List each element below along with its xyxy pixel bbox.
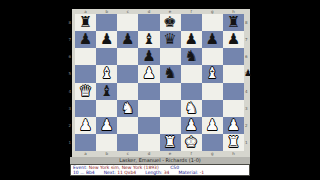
rank-label-6: 6 bbox=[66, 54, 71, 59]
square-b5[interactable]: ♝ bbox=[96, 65, 117, 82]
game-info-panel: Event: New York sim, New York (1893) C50… bbox=[70, 164, 250, 176]
square-g3[interactable] bbox=[202, 100, 223, 117]
black-knight: ♞ bbox=[184, 49, 197, 64]
square-a8[interactable]: ♜ bbox=[75, 14, 96, 31]
square-e6[interactable] bbox=[160, 48, 181, 65]
rank-label-1: 1 bbox=[66, 140, 71, 145]
square-a3[interactable] bbox=[75, 100, 96, 117]
white-knight: ♞ bbox=[184, 101, 197, 116]
black-pawn: ♟ bbox=[142, 49, 155, 64]
square-a2[interactable]: ♟ bbox=[75, 117, 96, 134]
square-a1[interactable] bbox=[75, 134, 96, 151]
rank-label-7: 7 bbox=[66, 37, 71, 42]
white-bishop: ♝ bbox=[100, 66, 113, 81]
square-f5[interactable] bbox=[181, 65, 202, 82]
black-queen: ♛ bbox=[163, 32, 176, 47]
material-label: Material: bbox=[178, 170, 198, 175]
white-pawn: ♟ bbox=[227, 118, 240, 133]
square-f8[interactable] bbox=[181, 14, 202, 31]
square-h8[interactable]: ♜ bbox=[223, 14, 244, 31]
white-queen: ♛ bbox=[79, 84, 92, 99]
black-pawn: ♟ bbox=[227, 32, 240, 47]
square-h6[interactable] bbox=[223, 48, 244, 65]
square-e8[interactable]: ♚ bbox=[160, 14, 181, 31]
square-f3[interactable]: ♞ bbox=[181, 100, 202, 117]
white-pawn: ♟ bbox=[100, 118, 113, 133]
square-b8[interactable] bbox=[96, 14, 117, 31]
chess-board: ♜♚♜♟♟♟♝♛♟♟♟♟♞♝♟♞♝♛♝♞♞♟♟♟♟♟♜♚♜ bbox=[75, 14, 244, 151]
rank-label-8: 8 bbox=[66, 20, 71, 25]
white-rook: ♜ bbox=[163, 135, 176, 150]
square-c6[interactable] bbox=[117, 48, 138, 65]
square-f1[interactable]: ♚ bbox=[181, 134, 202, 151]
square-g2[interactable]: ♟ bbox=[202, 117, 223, 134]
white-king: ♚ bbox=[184, 135, 197, 150]
square-b2[interactable]: ♟ bbox=[96, 117, 117, 134]
rank-label-4: 4 bbox=[245, 89, 250, 94]
square-g8[interactable] bbox=[202, 14, 223, 31]
square-c2[interactable] bbox=[117, 117, 138, 134]
square-b1[interactable] bbox=[96, 134, 117, 151]
black-pawn: ♟ bbox=[79, 32, 92, 47]
video-frame: abcdefgh abcdefgh 87654321 87654321 ♜♚♜♟… bbox=[0, 0, 320, 180]
length-label: Length: bbox=[145, 170, 162, 175]
square-d5[interactable]: ♟ bbox=[138, 65, 159, 82]
length-value: 34 bbox=[164, 170, 170, 175]
square-f6[interactable]: ♞ bbox=[181, 48, 202, 65]
square-b6[interactable] bbox=[96, 48, 117, 65]
square-c1[interactable] bbox=[117, 134, 138, 151]
material-group: Material: -1 bbox=[178, 170, 204, 175]
square-g4[interactable] bbox=[202, 83, 223, 100]
square-a6[interactable] bbox=[75, 48, 96, 65]
black-rook: ♜ bbox=[227, 15, 240, 30]
square-f7[interactable]: ♟ bbox=[181, 31, 202, 48]
square-h5[interactable] bbox=[223, 65, 244, 82]
black-bishop: ♝ bbox=[142, 32, 155, 47]
white-pawn: ♟ bbox=[79, 118, 92, 133]
rank-labels-right: 87654321 bbox=[245, 14, 250, 151]
square-d1[interactable] bbox=[138, 134, 159, 151]
square-g6[interactable] bbox=[202, 48, 223, 65]
square-f4[interactable] bbox=[181, 83, 202, 100]
square-h3[interactable] bbox=[223, 100, 244, 117]
square-c7[interactable]: ♟ bbox=[117, 31, 138, 48]
square-a7[interactable]: ♟ bbox=[75, 31, 96, 48]
black-knight: ♞ bbox=[163, 66, 176, 81]
move-played: 10 ... Bb4 bbox=[73, 170, 95, 175]
square-d7[interactable]: ♝ bbox=[138, 31, 159, 48]
square-g1[interactable] bbox=[202, 134, 223, 151]
players-caption: Lasker, Emanuel - Richards (1-0) bbox=[70, 157, 250, 164]
square-h4[interactable] bbox=[223, 83, 244, 100]
square-a4[interactable]: ♛ bbox=[75, 83, 96, 100]
square-d3[interactable] bbox=[138, 100, 159, 117]
black-pawn: ♟ bbox=[184, 32, 197, 47]
rank-label-1: 1 bbox=[245, 140, 250, 145]
length-group: Length: 34 bbox=[145, 170, 169, 175]
black-king: ♚ bbox=[163, 15, 176, 30]
square-d4[interactable] bbox=[138, 83, 159, 100]
square-b4[interactable]: ♝ bbox=[96, 83, 117, 100]
square-e5[interactable]: ♞ bbox=[160, 65, 181, 82]
rank-label-2: 2 bbox=[66, 123, 71, 128]
square-d8[interactable] bbox=[138, 14, 159, 31]
rank-label-3: 3 bbox=[66, 106, 71, 111]
square-e3[interactable] bbox=[160, 100, 181, 117]
square-c5[interactable] bbox=[117, 65, 138, 82]
rank-label-8: 8 bbox=[245, 20, 250, 25]
square-d2[interactable] bbox=[138, 117, 159, 134]
next-value: 11 Qxb4 bbox=[117, 170, 136, 175]
square-c8[interactable] bbox=[117, 14, 138, 31]
white-rook: ♜ bbox=[227, 135, 240, 150]
rank-label-3: 3 bbox=[245, 106, 250, 111]
rank-label-6: 6 bbox=[245, 54, 250, 59]
square-b7[interactable]: ♟ bbox=[96, 31, 117, 48]
black-pawn: ♟ bbox=[100, 32, 113, 47]
black-bishop: ♝ bbox=[100, 84, 113, 99]
square-g5[interactable]: ♝ bbox=[202, 65, 223, 82]
square-a5[interactable] bbox=[75, 65, 96, 82]
white-pawn: ♟ bbox=[142, 66, 155, 81]
next-move-group: Next: 11 Qxb4 bbox=[104, 170, 137, 175]
square-d6[interactable]: ♟ bbox=[138, 48, 159, 65]
square-e7[interactable]: ♛ bbox=[160, 31, 181, 48]
square-h2[interactable]: ♟ bbox=[223, 117, 244, 134]
square-e1[interactable]: ♜ bbox=[160, 134, 181, 151]
rank-label-2: 2 bbox=[245, 123, 250, 128]
rank-label-7: 7 bbox=[245, 37, 250, 42]
black-pawn: ♟ bbox=[206, 32, 219, 47]
next-label: Next: bbox=[104, 170, 116, 175]
square-h1[interactable]: ♜ bbox=[223, 134, 244, 151]
white-pawn: ♟ bbox=[184, 118, 197, 133]
square-g7[interactable]: ♟ bbox=[202, 31, 223, 48]
info-line-moves: 10 ... Bb4 Next: 11 Qxb4 Length: 34 Mate… bbox=[73, 170, 247, 175]
white-bishop: ♝ bbox=[206, 66, 219, 81]
captured-black-pawn-icon: ♟ bbox=[244, 69, 252, 78]
square-c3[interactable]: ♞ bbox=[117, 100, 138, 117]
rank-label-4: 4 bbox=[66, 89, 71, 94]
square-c4[interactable] bbox=[117, 83, 138, 100]
square-b3[interactable] bbox=[96, 100, 117, 117]
white-knight: ♞ bbox=[121, 101, 134, 116]
black-rook: ♜ bbox=[79, 15, 92, 30]
white-pawn: ♟ bbox=[206, 118, 219, 133]
square-e2[interactable] bbox=[160, 117, 181, 134]
material-value: -1 bbox=[200, 170, 205, 175]
square-h7[interactable]: ♟ bbox=[223, 31, 244, 48]
square-f2[interactable]: ♟ bbox=[181, 117, 202, 134]
rank-label-5: 5 bbox=[66, 71, 71, 76]
black-pawn: ♟ bbox=[121, 32, 134, 47]
square-e4[interactable] bbox=[160, 83, 181, 100]
rank-labels-left: 87654321 bbox=[66, 14, 71, 151]
